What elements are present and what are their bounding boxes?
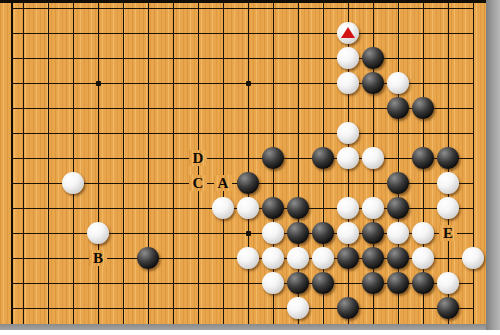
- white-stone: [412, 247, 434, 269]
- white-stone: [337, 72, 359, 94]
- point-label-C: C: [189, 175, 207, 191]
- black-stone: [337, 297, 359, 319]
- black-stone: [262, 147, 284, 169]
- grid-horizontal-line: [11, 8, 474, 9]
- grid-vertical-line: [248, 2, 249, 324]
- grid-vertical-line: [173, 2, 174, 324]
- white-stone: [387, 72, 409, 94]
- point-label-B: B: [89, 250, 107, 266]
- black-stone: [337, 247, 359, 269]
- black-stone: [412, 97, 434, 119]
- black-stone: [312, 222, 334, 244]
- black-stone: [437, 147, 459, 169]
- black-stone: [387, 197, 409, 219]
- white-stone: [287, 297, 309, 319]
- board-right-edge-shadow: [486, 0, 500, 332]
- white-stone: [387, 222, 409, 244]
- white-stone: [262, 247, 284, 269]
- point-label-D: D: [189, 150, 207, 166]
- black-stone: [312, 147, 334, 169]
- point-label-A: A: [214, 175, 232, 191]
- white-stone: [312, 247, 334, 269]
- white-stone: [337, 222, 359, 244]
- black-stone: [412, 147, 434, 169]
- black-stone: [287, 197, 309, 219]
- black-stone: [312, 272, 334, 294]
- grid-vertical-line: [23, 2, 24, 324]
- white-stone: [462, 247, 484, 269]
- go-board[interactable]: ABCDE: [0, 0, 500, 335]
- white-stone: [237, 197, 259, 219]
- grid-vertical-line: [223, 2, 224, 324]
- black-stone: [237, 172, 259, 194]
- black-stone: [362, 272, 384, 294]
- grid-vertical-line: [123, 2, 124, 324]
- black-stone: [362, 222, 384, 244]
- board-left-border: [11, 1, 13, 324]
- white-stone: [212, 197, 234, 219]
- white-stone: [237, 247, 259, 269]
- white-stone: [262, 222, 284, 244]
- grid-horizontal-line: [11, 33, 474, 34]
- black-stone: [137, 247, 159, 269]
- triangle-marker: [341, 27, 355, 38]
- white-stone: [412, 222, 434, 244]
- grid-horizontal-line: [11, 308, 474, 309]
- white-stone: [87, 222, 109, 244]
- star-point: [246, 231, 251, 236]
- black-stone: [362, 72, 384, 94]
- white-stone: [362, 197, 384, 219]
- white-stone: [437, 272, 459, 294]
- white-stone: [337, 197, 359, 219]
- black-stone: [387, 247, 409, 269]
- black-stone: [362, 247, 384, 269]
- grid-horizontal-line: [11, 133, 474, 134]
- black-stone: [387, 172, 409, 194]
- black-stone: [362, 47, 384, 69]
- white-stone: [437, 172, 459, 194]
- white-stone: [262, 272, 284, 294]
- white-stone: [437, 197, 459, 219]
- white-stone: [337, 147, 359, 169]
- grid-vertical-line: [73, 2, 74, 324]
- white-stone: [337, 47, 359, 69]
- grid-vertical-line: [148, 2, 149, 324]
- black-stone: [287, 272, 309, 294]
- black-stone: [387, 97, 409, 119]
- bottom-crop-strip: [0, 330, 500, 335]
- grid-vertical-line: [473, 2, 474, 324]
- grid-vertical-line: [48, 2, 49, 324]
- black-stone: [437, 297, 459, 319]
- grid-vertical-line: [98, 2, 99, 324]
- white-stone: [287, 247, 309, 269]
- black-stone: [387, 272, 409, 294]
- white-stone: [62, 172, 84, 194]
- black-stone: [412, 272, 434, 294]
- grid-horizontal-line: [11, 58, 474, 59]
- white-stone: [337, 122, 359, 144]
- star-point: [96, 81, 101, 86]
- star-point: [246, 81, 251, 86]
- grid-horizontal-line: [11, 158, 474, 159]
- point-label-E: E: [439, 225, 457, 241]
- white-stone: [362, 147, 384, 169]
- black-stone: [287, 222, 309, 244]
- black-stone: [262, 197, 284, 219]
